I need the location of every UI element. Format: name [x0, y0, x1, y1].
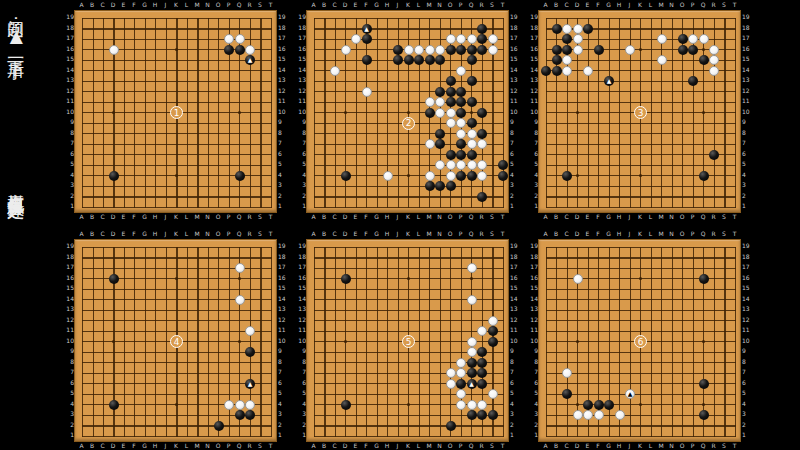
coord-letter-bottom: M: [426, 214, 433, 220]
coord-letter-top: D: [110, 231, 117, 237]
coord-letter-top: G: [605, 2, 612, 8]
star-point: [639, 403, 642, 406]
go-board-3: ABCDEFGHJKLMNOPQRSTABCDEFGHJKLMNOPQRST19…: [528, 2, 751, 222]
coord-number-left: 3: [64, 182, 74, 188]
stone-white: [425, 171, 435, 181]
coord-number-left: 10: [528, 109, 538, 115]
stone-black: [467, 368, 477, 378]
coord-letter-bottom: N: [436, 214, 443, 220]
coord-number-left: 15: [64, 285, 74, 291]
stone-white: [709, 66, 719, 76]
coord-letter-bottom: D: [342, 443, 349, 449]
coord-number-left: 9: [64, 348, 74, 354]
coord-letter-top: L: [647, 231, 654, 237]
coord-number-left: 6: [528, 151, 538, 157]
coord-number-left: 14: [528, 296, 538, 302]
star-point: [238, 111, 241, 114]
stone-white: [573, 410, 583, 420]
stone-black: [488, 337, 498, 347]
coord-letter-bottom: L: [415, 443, 422, 449]
go-board-4: ABCDEFGHJKLMNOPQRSTABCDEFGHJKLMNOPQRST19…: [64, 231, 287, 450]
coord-letter-bottom: E: [584, 443, 591, 449]
coord-letter-top: F: [131, 2, 138, 8]
coord-letter-bottom: H: [152, 214, 159, 220]
coord-number-left: 10: [296, 109, 306, 115]
stone-black: [109, 400, 119, 410]
coord-letter-bottom: K: [637, 214, 644, 220]
stone-black: [446, 97, 456, 107]
coord-letter-bottom: C: [331, 443, 338, 449]
coord-letter-top: F: [363, 231, 370, 237]
coord-letter-bottom: B: [553, 443, 560, 449]
stone-white: [573, 274, 583, 284]
coord-letter-top: O: [447, 231, 454, 237]
coord-letter-top: S: [721, 231, 728, 237]
stone-white: [404, 45, 414, 55]
star-point: [470, 277, 473, 280]
stone-black: [594, 400, 604, 410]
coord-number-left: 18: [296, 254, 306, 260]
coord-letter-top: D: [342, 2, 349, 8]
coord-letter-bottom: M: [194, 443, 201, 449]
coord-number-left: 9: [296, 119, 306, 125]
coord-letter-top: S: [721, 2, 728, 8]
coord-letter-top: O: [679, 2, 686, 8]
stone-white: [446, 368, 456, 378]
stone-black: [456, 45, 466, 55]
coord-letter-top: F: [595, 2, 602, 8]
coord-number-left: 4: [528, 401, 538, 407]
coord-letter-top: M: [194, 2, 201, 8]
diagram-number-label: 4: [170, 335, 183, 348]
coord-letter-bottom: O: [447, 443, 454, 449]
coord-letter-bottom: K: [405, 443, 412, 449]
stone-black: [393, 55, 403, 65]
go-board-3-wood: ▲3: [538, 10, 741, 213]
coord-letter-bottom: D: [342, 214, 349, 220]
coord-number-left: 1: [296, 203, 306, 209]
coord-letter-top: M: [426, 231, 433, 237]
stone-black: [425, 181, 435, 191]
coord-letter-top: R: [478, 2, 485, 8]
coord-number-right: 5: [742, 390, 752, 396]
coord-number-left: 12: [528, 317, 538, 323]
coord-letter-top: T: [731, 231, 738, 237]
coord-number-left: 13: [296, 306, 306, 312]
stone-black: [709, 150, 719, 160]
coord-letter-top: C: [331, 231, 338, 237]
coord-number-left: 8: [64, 130, 74, 136]
coord-number-left: 15: [296, 56, 306, 62]
coord-number-left: 17: [64, 35, 74, 41]
coord-letter-top: A: [78, 2, 85, 8]
stone-white: [435, 160, 445, 170]
triangle-mark: ▲: [469, 380, 474, 386]
coord-number-left: 9: [528, 119, 538, 125]
diagram-number-label: 5: [402, 335, 415, 348]
coord-letter-top: M: [658, 231, 665, 237]
stone-white: [467, 139, 477, 149]
coord-letter-bottom: B: [321, 443, 328, 449]
coord-number-left: 6: [296, 380, 306, 386]
coord-letter-bottom: E: [120, 443, 127, 449]
coord-letter-bottom: C: [99, 214, 106, 220]
coord-letter-bottom: D: [574, 443, 581, 449]
stone-black: [109, 274, 119, 284]
stone-white: [709, 55, 719, 65]
coord-number-left: 9: [528, 348, 538, 354]
coord-letter-bottom: P: [457, 443, 464, 449]
stone-white: [425, 45, 435, 55]
coord-number-left: 7: [64, 369, 74, 375]
coord-letter-bottom: B: [89, 443, 96, 449]
stone-black: [583, 400, 593, 410]
star-point: [702, 340, 705, 343]
coord-number-left: 18: [64, 25, 74, 31]
coord-letter-bottom: K: [637, 443, 644, 449]
stone-black: [446, 87, 456, 97]
coord-letter-bottom: J: [626, 443, 633, 449]
diagram-number-label: 2: [402, 117, 415, 130]
stone-black: [456, 108, 466, 118]
stone-black: [678, 45, 688, 55]
coord-letter-top: S: [489, 2, 496, 8]
problem-text-line-1: 问题：▲后下一手: [7, 6, 25, 51]
stone-white: [477, 160, 487, 170]
star-point: [702, 48, 705, 51]
coord-letter-top: J: [626, 2, 633, 8]
board-cell-1: ABCDEFGHJKLMNOPQRSTABCDEFGHJKLMNOPQRST19…: [36, 0, 268, 225]
star-point: [576, 111, 579, 114]
coord-number-left: 7: [296, 369, 306, 375]
coord-number-left: 12: [64, 317, 74, 323]
stone-white: [625, 45, 635, 55]
coord-letter-top: O: [679, 231, 686, 237]
coord-number-left: 5: [528, 161, 538, 167]
coord-letter-bottom: M: [658, 443, 665, 449]
coord-letter-top: C: [331, 2, 338, 8]
coord-number-left: 10: [528, 338, 538, 344]
coord-letter-top: H: [616, 231, 623, 237]
stone-white: [435, 108, 445, 118]
coord-letter-bottom: H: [384, 443, 391, 449]
coord-letter-bottom: F: [595, 443, 602, 449]
coord-letter-top: N: [668, 231, 675, 237]
coord-number-left: 14: [296, 296, 306, 302]
stone-white: [488, 34, 498, 44]
coord-number-right: 19: [742, 243, 752, 249]
coord-number-right: 4: [742, 401, 752, 407]
coord-letter-top: L: [183, 231, 190, 237]
coord-letter-top: K: [405, 2, 412, 8]
coord-letter-top: A: [310, 2, 317, 8]
coord-number-left: 8: [296, 130, 306, 136]
stone-white: [467, 295, 477, 305]
coord-number-left: 16: [296, 275, 306, 281]
coord-letter-top: H: [384, 231, 391, 237]
coord-number-left: 17: [64, 264, 74, 270]
coord-number-left: 3: [64, 411, 74, 417]
coord-letter-bottom: R: [710, 443, 717, 449]
coord-letter-bottom: F: [595, 214, 602, 220]
coord-letter-bottom: B: [553, 214, 560, 220]
coord-letter-bottom: R: [246, 443, 253, 449]
stone-black: [435, 55, 445, 65]
coord-number-left: 16: [296, 46, 306, 52]
coord-number-right: 1: [742, 203, 752, 209]
coord-letter-bottom: L: [183, 443, 190, 449]
stone-black: [456, 97, 466, 107]
board-cell-3: ABCDEFGHJKLMNOPQRSTABCDEFGHJKLMNOPQRST19…: [500, 0, 732, 225]
coord-number-left: 15: [528, 285, 538, 291]
coord-letter-bottom: T: [731, 443, 738, 449]
coord-letter-top: J: [162, 2, 169, 8]
star-point: [407, 111, 410, 114]
stone-black: [477, 379, 487, 389]
stone-black: [245, 410, 255, 420]
coord-number-left: 16: [528, 46, 538, 52]
stone-black: [467, 76, 477, 86]
coord-number-left: 7: [64, 140, 74, 146]
star-point: [407, 174, 410, 177]
coord-letter-bottom: K: [173, 214, 180, 220]
stone-black: [446, 421, 456, 431]
triangle-mark: ▲: [607, 78, 612, 84]
coord-letter-bottom: O: [447, 214, 454, 220]
coord-number-right: 19: [742, 14, 752, 20]
coord-number-right: 16: [742, 275, 752, 281]
stone-black: [245, 347, 255, 357]
coord-letter-bottom: A: [310, 214, 317, 220]
coord-letter-top: F: [131, 231, 138, 237]
coord-letter-bottom: E: [352, 214, 359, 220]
coord-letter-bottom: F: [131, 214, 138, 220]
stone-white: [456, 358, 466, 368]
stone-white: [488, 45, 498, 55]
coord-letter-bottom: S: [721, 443, 728, 449]
stone-black: [699, 410, 709, 420]
coord-letter-bottom: D: [574, 214, 581, 220]
stone-black: [477, 192, 487, 202]
coord-letter-bottom: A: [78, 214, 85, 220]
coord-number-left: 10: [64, 109, 74, 115]
coord-number-left: 13: [64, 306, 74, 312]
coord-number-left: 11: [296, 98, 306, 104]
stone-black: [235, 410, 245, 420]
board-cell-4: ABCDEFGHJKLMNOPQRSTABCDEFGHJKLMNOPQRST19…: [36, 225, 268, 450]
stone-black: [362, 55, 372, 65]
coord-number-left: 11: [528, 327, 538, 333]
coord-number-left: 19: [528, 14, 538, 20]
coord-letter-top: A: [78, 231, 85, 237]
coord-letter-bottom: F: [363, 214, 370, 220]
stone-white: [109, 45, 119, 55]
coord-letter-top: B: [553, 2, 560, 8]
coord-letter-bottom: A: [542, 443, 549, 449]
stone-white: [456, 368, 466, 378]
sidebar-problem-text: 问题：▲后下一手 赢棋也有值得反思之处: [0, 0, 36, 450]
coord-number-left: 6: [296, 151, 306, 157]
coord-letter-top: D: [574, 231, 581, 237]
coord-letter-top: E: [352, 2, 359, 8]
stone-black: [467, 55, 477, 65]
coord-letter-bottom: D: [110, 214, 117, 220]
coord-number-left: 17: [296, 35, 306, 41]
coord-number-left: 5: [296, 390, 306, 396]
stone-black: [393, 45, 403, 55]
stone-black: [214, 421, 224, 431]
stone-black: [425, 55, 435, 65]
stone-black: [488, 326, 498, 336]
coord-number-left: 4: [296, 401, 306, 407]
stone-white: [562, 66, 572, 76]
stone-black: [583, 24, 593, 34]
coord-number-left: 1: [64, 203, 74, 209]
stone-white: [341, 45, 351, 55]
stone-black: [562, 171, 572, 181]
coord-number-right: 1: [742, 432, 752, 438]
stone-white: [699, 34, 709, 44]
coord-letter-bottom: N: [668, 443, 675, 449]
coord-letter-top: B: [321, 231, 328, 237]
coord-letter-top: E: [352, 231, 359, 237]
coord-letter-top: P: [457, 2, 464, 8]
coord-number-right: 4: [742, 172, 752, 178]
coord-number-right: 9: [742, 119, 752, 125]
stone-black: [562, 389, 572, 399]
stone-black: [456, 139, 466, 149]
coord-letter-top: G: [141, 2, 148, 8]
stone-white: [245, 400, 255, 410]
star-point: [576, 174, 579, 177]
coord-letter-top: N: [204, 231, 211, 237]
stone-white: [615, 410, 625, 420]
star-point: [702, 111, 705, 114]
coord-letter-top: H: [152, 2, 159, 8]
coord-letter-top: Q: [468, 2, 475, 8]
stone-white: [456, 66, 466, 76]
coord-letter-top: B: [89, 231, 96, 237]
coord-letter-bottom: H: [616, 214, 623, 220]
coord-number-left: 3: [296, 182, 306, 188]
triangle-mark: ▲: [248, 380, 253, 386]
coord-letter-bottom: Q: [700, 443, 707, 449]
coord-letter-bottom: Q: [468, 214, 475, 220]
coord-letter-top: K: [405, 231, 412, 237]
stone-black: [467, 97, 477, 107]
coord-number-right: 7: [742, 140, 752, 146]
coord-letter-bottom: H: [384, 214, 391, 220]
coord-letter-top: Q: [468, 231, 475, 237]
stone-white: [235, 34, 245, 44]
coord-letter-top: G: [373, 2, 380, 8]
coord-letter-bottom: F: [131, 443, 138, 449]
coord-number-left: 5: [64, 161, 74, 167]
coord-number-left: 2: [296, 193, 306, 199]
stone-white: [467, 129, 477, 139]
stone-black: [467, 150, 477, 160]
coord-number-right: 13: [742, 306, 752, 312]
coord-letter-bottom: R: [710, 214, 717, 220]
coord-letter-bottom: L: [647, 443, 654, 449]
stone-black: [467, 358, 477, 368]
coord-letter-bottom: A: [78, 443, 85, 449]
stone-white: [688, 34, 698, 44]
stone-white: [467, 337, 477, 347]
coord-letter-bottom: P: [457, 214, 464, 220]
star-point: [639, 48, 642, 51]
coord-number-right: 16: [742, 46, 752, 52]
star-point: [576, 340, 579, 343]
coord-letter-top: L: [415, 231, 422, 237]
coord-number-left: 5: [528, 390, 538, 396]
coord-letter-top: J: [626, 231, 633, 237]
stone-black: [552, 45, 562, 55]
coord-number-left: 6: [528, 380, 538, 386]
stone-white: [456, 389, 466, 399]
coord-number-left: 13: [64, 77, 74, 83]
stone-black: [477, 45, 487, 55]
stone-white: [456, 129, 466, 139]
coord-number-left: 4: [296, 172, 306, 178]
coord-number-left: 7: [528, 140, 538, 146]
coord-letter-bottom: M: [194, 214, 201, 220]
star-point: [702, 403, 705, 406]
star-point: [175, 48, 178, 51]
coord-letter-bottom: P: [225, 443, 232, 449]
coord-letter-bottom: O: [215, 214, 222, 220]
coord-letter-top: D: [110, 2, 117, 8]
coord-number-right: 3: [742, 411, 752, 417]
coord-letter-top: C: [563, 231, 570, 237]
coord-number-right: 6: [742, 380, 752, 386]
stone-marked-white: ▲: [625, 389, 635, 399]
coord-number-left: 9: [64, 119, 74, 125]
coord-letter-bottom: R: [478, 443, 485, 449]
coord-letter-bottom: Q: [236, 214, 243, 220]
coord-number-left: 11: [528, 98, 538, 104]
coord-letter-bottom: N: [436, 443, 443, 449]
stone-black: [446, 181, 456, 191]
stone-black: [552, 66, 562, 76]
stone-marked-black: ▲: [245, 55, 255, 65]
coord-letter-bottom: K: [405, 214, 412, 220]
coord-number-left: 8: [528, 130, 538, 136]
coord-letter-top: B: [321, 2, 328, 8]
coord-number-left: 16: [64, 275, 74, 281]
coord-letter-top: B: [553, 231, 560, 237]
stone-black: [425, 108, 435, 118]
stone-black: [456, 87, 466, 97]
board-cell-5: ABCDEFGHJKLMNOPQRSTABCDEFGHJKLMNOPQRST19…: [268, 225, 500, 450]
coord-number-left: 19: [64, 14, 74, 20]
stone-black: [467, 45, 477, 55]
stone-white: [235, 400, 245, 410]
coord-letter-bottom: J: [394, 214, 401, 220]
star-point: [344, 111, 347, 114]
coord-letter-bottom: O: [679, 214, 686, 220]
coord-letter-top: H: [384, 2, 391, 8]
coord-letter-top: S: [257, 2, 264, 8]
coord-letter-top: S: [257, 231, 264, 237]
coord-letter-top: N: [436, 231, 443, 237]
coord-number-left: 2: [528, 422, 538, 428]
coord-letter-top: Q: [700, 2, 707, 8]
triangle-mark: ▲: [628, 391, 633, 397]
coord-number-left: 13: [296, 77, 306, 83]
go-board-1-wood: ▲1: [74, 10, 277, 213]
coord-letter-top: Q: [236, 2, 243, 8]
